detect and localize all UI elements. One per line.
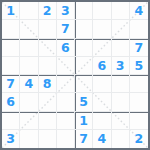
cell-r1c3[interactable]: 2 xyxy=(39,2,57,20)
cell-r5c7[interactable] xyxy=(112,75,130,93)
sudoku-grid: 12347676357486513742 xyxy=(2,2,148,148)
cell-r6c5[interactable]: 5 xyxy=(75,93,93,111)
cell-r5c5[interactable] xyxy=(75,75,93,93)
cell-r5c2[interactable]: 4 xyxy=(20,75,38,93)
cell-r8c7[interactable] xyxy=(112,130,130,148)
cell-r5c3[interactable]: 8 xyxy=(39,75,57,93)
cell-r4c8[interactable]: 5 xyxy=(130,57,148,75)
cell-r8c5[interactable]: 7 xyxy=(75,130,93,148)
cell-r8c4[interactable] xyxy=(57,130,75,148)
cell-r2c8[interactable] xyxy=(130,20,148,38)
cell-r6c3[interactable] xyxy=(39,93,57,111)
cell-r6c1[interactable]: 6 xyxy=(2,93,20,111)
cell-r8c8[interactable]: 2 xyxy=(130,130,148,148)
cell-r4c5[interactable] xyxy=(75,57,93,75)
cell-r7c6[interactable] xyxy=(93,112,111,130)
cell-r7c7[interactable] xyxy=(112,112,130,130)
cell-r6c2[interactable] xyxy=(20,93,38,111)
cell-r3c3[interactable] xyxy=(39,39,57,57)
cell-r5c1[interactable]: 7 xyxy=(2,75,20,93)
cell-r2c4[interactable]: 7 xyxy=(57,20,75,38)
cell-r6c7[interactable] xyxy=(112,93,130,111)
cell-r1c8[interactable]: 4 xyxy=(130,2,148,20)
cell-r1c7[interactable] xyxy=(112,2,130,20)
cell-r3c8[interactable]: 7 xyxy=(130,39,148,57)
cell-r2c3[interactable] xyxy=(39,20,57,38)
cell-r7c3[interactable] xyxy=(39,112,57,130)
cell-r3c6[interactable] xyxy=(93,39,111,57)
cell-r5c4[interactable] xyxy=(57,75,75,93)
cell-r6c8[interactable] xyxy=(130,93,148,111)
cell-r4c2[interactable] xyxy=(20,57,38,75)
sudoku-board: 12347676357486513742 xyxy=(0,0,150,150)
cell-r6c6[interactable] xyxy=(93,93,111,111)
cell-r7c2[interactable] xyxy=(20,112,38,130)
cell-r6c4[interactable] xyxy=(57,93,75,111)
cell-r7c5[interactable]: 1 xyxy=(75,112,93,130)
cell-r8c1[interactable]: 3 xyxy=(2,130,20,148)
cell-r4c6[interactable]: 6 xyxy=(93,57,111,75)
cell-r2c2[interactable] xyxy=(20,20,38,38)
cell-r2c1[interactable] xyxy=(2,20,20,38)
cell-r1c5[interactable] xyxy=(75,2,93,20)
cell-r1c1[interactable]: 1 xyxy=(2,2,20,20)
cell-r3c2[interactable] xyxy=(20,39,38,57)
cell-r4c7[interactable]: 3 xyxy=(112,57,130,75)
cell-r5c6[interactable] xyxy=(93,75,111,93)
cell-r2c6[interactable] xyxy=(93,20,111,38)
cell-r3c5[interactable] xyxy=(75,39,93,57)
cell-r7c4[interactable] xyxy=(57,112,75,130)
cell-r3c1[interactable] xyxy=(2,39,20,57)
cell-r3c7[interactable] xyxy=(112,39,130,57)
cell-r8c3[interactable] xyxy=(39,130,57,148)
cell-r7c1[interactable] xyxy=(2,112,20,130)
cell-r1c6[interactable] xyxy=(93,2,111,20)
cell-r1c2[interactable] xyxy=(20,2,38,20)
cell-r2c5[interactable] xyxy=(75,20,93,38)
cell-r1c4[interactable]: 3 xyxy=(57,2,75,20)
cell-r8c6[interactable]: 4 xyxy=(93,130,111,148)
cell-r4c4[interactable] xyxy=(57,57,75,75)
cell-r2c7[interactable] xyxy=(112,20,130,38)
cell-r8c2[interactable] xyxy=(20,130,38,148)
cell-r7c8[interactable] xyxy=(130,112,148,130)
cell-r4c3[interactable] xyxy=(39,57,57,75)
cell-r5c8[interactable] xyxy=(130,75,148,93)
cell-r3c4[interactable]: 6 xyxy=(57,39,75,57)
cell-r4c1[interactable] xyxy=(2,57,20,75)
